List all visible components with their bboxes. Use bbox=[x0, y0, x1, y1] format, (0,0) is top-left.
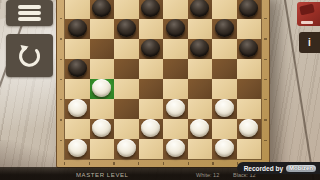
black-piece[interactable] bbox=[190, 0, 209, 17]
app-screen: i MASTER LEVEL White: 12 Black: 12 Recor… bbox=[0, 0, 320, 180]
frame-ticks-left bbox=[60, 0, 63, 160]
square-r6c6[interactable] bbox=[188, 99, 213, 119]
square-r6c4[interactable] bbox=[139, 99, 164, 119]
square-r2c4[interactable] bbox=[139, 19, 164, 39]
restart-arrow-icon bbox=[16, 42, 44, 70]
black-piece[interactable] bbox=[92, 0, 111, 17]
square-r7c4[interactable] bbox=[139, 119, 164, 139]
square-r2c7[interactable] bbox=[212, 19, 237, 39]
white-piece[interactable] bbox=[92, 119, 111, 137]
square-r4c1[interactable] bbox=[65, 59, 90, 79]
square-r2c2[interactable] bbox=[90, 19, 115, 39]
white-piece[interactable] bbox=[68, 99, 87, 117]
square-r4c2[interactable] bbox=[90, 59, 115, 79]
square-r7c8[interactable] bbox=[237, 119, 262, 139]
square-r7c1[interactable] bbox=[65, 119, 90, 139]
black-piece[interactable] bbox=[166, 19, 185, 37]
white-count: White: 12 bbox=[196, 172, 219, 178]
frame-ticks-right bbox=[264, 0, 267, 160]
square-r4c8[interactable] bbox=[237, 59, 262, 79]
menu-button[interactable] bbox=[6, 0, 53, 26]
square-r3c5[interactable] bbox=[163, 39, 188, 59]
square-r3c2[interactable] bbox=[90, 39, 115, 59]
black-piece[interactable] bbox=[117, 19, 136, 37]
square-r2c8[interactable] bbox=[237, 19, 262, 39]
square-r4c4[interactable] bbox=[139, 59, 164, 79]
black-piece[interactable] bbox=[190, 39, 209, 57]
mobizen-logo: Mobizen bbox=[286, 165, 316, 172]
white-piece[interactable] bbox=[117, 139, 136, 157]
white-piece[interactable] bbox=[215, 139, 234, 157]
square-r5c3[interactable] bbox=[114, 79, 139, 99]
white-piece[interactable] bbox=[166, 139, 185, 157]
square-r2c3[interactable] bbox=[114, 19, 139, 39]
black-piece[interactable] bbox=[239, 0, 258, 17]
recorder-watermark: Recorded by Mobizen bbox=[237, 162, 320, 174]
white-piece[interactable] bbox=[92, 79, 111, 97]
black-piece[interactable] bbox=[141, 0, 160, 17]
square-r3c7[interactable] bbox=[212, 39, 237, 59]
black-piece[interactable] bbox=[215, 19, 234, 37]
square-r2c1[interactable] bbox=[65, 19, 90, 39]
board-grid bbox=[64, 0, 262, 160]
square-r8c1[interactable] bbox=[65, 139, 90, 159]
checkers-board bbox=[56, 0, 270, 168]
square-r8c6[interactable] bbox=[188, 139, 213, 159]
square-r1c1[interactable] bbox=[65, 0, 90, 19]
square-r6c2[interactable] bbox=[90, 99, 115, 119]
square-r8c4[interactable] bbox=[139, 139, 164, 159]
square-r6c3[interactable] bbox=[114, 99, 139, 119]
square-r5c5[interactable] bbox=[163, 79, 188, 99]
square-r1c6[interactable] bbox=[188, 0, 213, 19]
square-r7c5[interactable] bbox=[163, 119, 188, 139]
square-r3c8[interactable] bbox=[237, 39, 262, 59]
watermark-text: Recorded by bbox=[244, 165, 283, 172]
hamburger-menu-icon bbox=[18, 5, 41, 9]
square-r3c6[interactable] bbox=[188, 39, 213, 59]
square-r8c8[interactable] bbox=[237, 139, 262, 159]
square-r4c5[interactable] bbox=[163, 59, 188, 79]
white-piece[interactable] bbox=[68, 139, 87, 157]
square-r5c1[interactable] bbox=[65, 79, 90, 99]
square-r8c3[interactable] bbox=[114, 139, 139, 159]
square-r5c6[interactable] bbox=[188, 79, 213, 99]
square-r7c3[interactable] bbox=[114, 119, 139, 139]
black-piece[interactable] bbox=[68, 59, 87, 77]
square-r1c8[interactable] bbox=[237, 0, 262, 19]
square-r8c5[interactable] bbox=[163, 139, 188, 159]
black-piece[interactable] bbox=[141, 39, 160, 57]
square-r2c5[interactable] bbox=[163, 19, 188, 39]
square-r4c3[interactable] bbox=[114, 59, 139, 79]
white-piece[interactable] bbox=[141, 119, 160, 137]
square-r5c8[interactable] bbox=[237, 79, 262, 99]
black-piece[interactable] bbox=[68, 19, 87, 37]
white-piece[interactable] bbox=[239, 119, 258, 137]
square-r3c3[interactable] bbox=[114, 39, 139, 59]
black-piece[interactable] bbox=[239, 39, 258, 57]
recorder-widget-icon[interactable]: i bbox=[299, 32, 320, 53]
square-r5c4[interactable] bbox=[139, 79, 164, 99]
square-r3c1[interactable] bbox=[65, 39, 90, 59]
square-r5c7[interactable] bbox=[212, 79, 237, 99]
square-r1c7[interactable] bbox=[212, 0, 237, 19]
level-label: MASTER LEVEL bbox=[76, 172, 129, 178]
square-r7c2[interactable] bbox=[90, 119, 115, 139]
square-r6c1[interactable] bbox=[65, 99, 90, 119]
square-r6c7[interactable] bbox=[212, 99, 237, 119]
white-piece[interactable] bbox=[190, 119, 209, 137]
frame-ticks-bottom bbox=[64, 162, 262, 165]
white-piece[interactable] bbox=[166, 99, 185, 117]
ad-icon[interactable] bbox=[297, 2, 320, 26]
square-r7c6[interactable] bbox=[188, 119, 213, 139]
square-r8c2[interactable] bbox=[90, 139, 115, 159]
square-r8c7[interactable] bbox=[212, 139, 237, 159]
square-r7c7[interactable] bbox=[212, 119, 237, 139]
square-r6c8[interactable] bbox=[237, 99, 262, 119]
square-r1c5[interactable] bbox=[163, 0, 188, 19]
square-r2c6[interactable] bbox=[188, 19, 213, 39]
square-r1c2[interactable] bbox=[90, 0, 115, 19]
square-r6c5[interactable] bbox=[163, 99, 188, 119]
square-r5c2[interactable] bbox=[90, 79, 115, 99]
square-r1c3[interactable] bbox=[114, 0, 139, 19]
white-piece[interactable] bbox=[215, 99, 234, 117]
square-r4c6[interactable] bbox=[188, 59, 213, 79]
square-r3c4[interactable] bbox=[139, 39, 164, 59]
reset-button[interactable] bbox=[6, 34, 53, 77]
square-r4c7[interactable] bbox=[212, 59, 237, 79]
square-r1c4[interactable] bbox=[139, 0, 164, 19]
